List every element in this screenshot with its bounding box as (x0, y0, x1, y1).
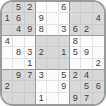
given-digit: 1 (27, 59, 32, 68)
cell-r5c3[interactable]: 3 (25, 47, 36, 58)
cell-r4c9[interactable] (93, 36, 104, 47)
given-digit: 9 (39, 14, 44, 23)
cell-r7c2[interactable]: 9 (13, 70, 24, 81)
cell-r9c4[interactable]: 1 (36, 93, 47, 104)
given-digit: 3 (27, 48, 32, 57)
given-digit: 7 (84, 94, 89, 103)
cell-r6c6[interactable] (59, 59, 70, 70)
given-digit: 2 (96, 59, 101, 68)
cell-r1c8[interactable] (81, 2, 92, 13)
given-digit: 1 (39, 94, 44, 103)
cell-r9c2[interactable] (13, 93, 24, 104)
given-digit: 1 (5, 14, 10, 23)
given-digit: 5 (16, 3, 21, 12)
cell-r2c1[interactable]: 1 (2, 13, 13, 24)
cell-r7c4[interactable]: 3 (36, 70, 47, 81)
cell-r6c5[interactable] (47, 59, 58, 70)
cell-r8c5[interactable] (47, 81, 58, 92)
cell-r1c9[interactable] (93, 2, 104, 13)
cell-r3c7[interactable]: 6 (70, 25, 81, 36)
given-digit: 6 (16, 14, 21, 23)
cell-r7c1[interactable] (2, 70, 13, 81)
given-digit: 9 (16, 71, 21, 80)
cell-r8c9[interactable]: 6 (93, 81, 104, 92)
given-digit: 3 (39, 71, 44, 80)
given-digit: 8 (73, 37, 78, 46)
given-digit: 5 (61, 71, 66, 80)
given-digit: 5 (84, 82, 89, 91)
given-digit: 9 (84, 48, 89, 57)
cell-r9c7[interactable]: 9 (70, 93, 81, 104)
cell-r6c4[interactable] (36, 59, 47, 70)
given-digit: 2 (84, 25, 89, 34)
cell-r6c9[interactable]: 2 (93, 59, 104, 70)
cell-r3c1[interactable] (2, 25, 13, 36)
cell-r7c7[interactable]: 2 (70, 70, 81, 81)
given-digit: 4 (84, 71, 89, 80)
given-digit: 2 (5, 82, 10, 91)
given-digit: 3 (61, 25, 66, 34)
cell-r7c5[interactable] (47, 70, 58, 81)
cell-r9c9[interactable] (93, 93, 104, 104)
cell-r1c1[interactable] (2, 2, 13, 13)
cell-r5c5[interactable] (47, 47, 58, 58)
cell-r5c1[interactable] (2, 47, 13, 58)
given-digit: 4 (16, 25, 21, 34)
cell-r6c1[interactable] (2, 59, 13, 70)
cell-r2c8[interactable] (81, 13, 92, 24)
cell-r1c2[interactable]: 5 (13, 2, 24, 13)
given-digit: 1 (61, 48, 66, 57)
cell-r1c6[interactable]: 6 (59, 2, 70, 13)
cell-r4c8[interactable] (81, 36, 92, 47)
cell-r4c6[interactable] (59, 36, 70, 47)
cell-r4c5[interactable] (47, 36, 58, 47)
cell-r6c3[interactable]: 1 (25, 59, 36, 70)
cell-r1c4[interactable] (36, 2, 47, 13)
cell-r5c9[interactable] (93, 47, 104, 58)
cell-r2c5[interactable] (47, 13, 58, 24)
cell-r4c4[interactable] (36, 36, 47, 47)
cell-r1c5[interactable] (47, 2, 58, 13)
cell-r5c6[interactable]: 1 (59, 47, 70, 58)
given-digit: 5 (73, 48, 78, 57)
cell-r5c2[interactable]: 8 (13, 47, 24, 58)
given-digit: 6 (61, 3, 66, 12)
cell-r2c4[interactable]: 9 (36, 13, 47, 24)
given-digit: 9 (61, 82, 66, 91)
cell-r8c1[interactable]: 2 (2, 81, 13, 92)
cell-r6c7[interactable] (70, 59, 81, 70)
cell-r3c3[interactable]: 9 (25, 25, 36, 36)
cell-r8c7[interactable] (70, 81, 81, 92)
given-digit: 2 (39, 48, 44, 57)
cell-r5c4[interactable]: 2 (36, 47, 47, 58)
cell-r2c3[interactable] (25, 13, 36, 24)
cell-r9c8[interactable]: 7 (81, 93, 92, 104)
cell-r1c3[interactable]: 2 (25, 2, 36, 13)
cell-r8c4[interactable] (36, 81, 47, 92)
cell-r8c6[interactable]: 9 (59, 81, 70, 92)
given-digit: 9 (27, 25, 32, 34)
cell-r4c1[interactable]: 4 (2, 36, 13, 47)
cell-r2c2[interactable]: 6 (13, 13, 24, 24)
cell-r3c4[interactable]: 8 (36, 25, 47, 36)
cell-r2c7[interactable] (70, 13, 81, 24)
cell-r5c8[interactable]: 9 (81, 47, 92, 58)
given-digit: 9 (73, 94, 78, 103)
given-digit: 4 (96, 14, 101, 23)
cell-r3c2[interactable]: 4 (13, 25, 24, 36)
cell-r4c2[interactable] (13, 36, 24, 47)
given-digit: 7 (27, 71, 32, 80)
cell-r3c6[interactable]: 3 (59, 25, 70, 36)
cell-r1c7[interactable] (70, 2, 81, 13)
cell-r7c6[interactable]: 5 (59, 70, 70, 81)
cell-r7c3[interactable]: 7 (25, 70, 36, 81)
cell-r2c6[interactable] (59, 13, 70, 24)
cell-r7c9[interactable] (93, 70, 104, 81)
cell-r6c8[interactable] (81, 59, 92, 70)
cell-r7c8[interactable]: 4 (81, 70, 92, 81)
cell-r3c8[interactable]: 2 (81, 25, 92, 36)
given-digit: 8 (39, 25, 44, 34)
cell-r9c1[interactable] (2, 93, 13, 104)
cell-r4c7[interactable]: 8 (70, 36, 81, 47)
given-digit: 2 (27, 3, 32, 12)
given-digit: 8 (16, 48, 21, 57)
given-digit: 4 (5, 37, 10, 46)
given-digit: 6 (73, 25, 78, 34)
cell-r8c8[interactable]: 5 (81, 81, 92, 92)
cell-r4c3[interactable] (25, 36, 36, 47)
given-digit: 2 (73, 71, 78, 80)
cell-r5c7[interactable]: 5 (70, 47, 81, 58)
cell-r6c2[interactable] (13, 59, 24, 70)
cell-r3c9[interactable] (93, 25, 104, 36)
cell-r3c5[interactable] (47, 25, 58, 36)
cell-r8c2[interactable] (13, 81, 24, 92)
cell-r9c3[interactable] (25, 93, 36, 104)
cell-r9c6[interactable] (59, 93, 70, 104)
cell-r9c5[interactable] (47, 93, 58, 104)
sudoku-board: 526169449836248832159129735242956197 (0, 0, 106, 106)
cell-r2c9[interactable]: 4 (93, 13, 104, 24)
given-digit: 6 (96, 82, 101, 91)
cell-r8c3[interactable] (25, 81, 36, 92)
